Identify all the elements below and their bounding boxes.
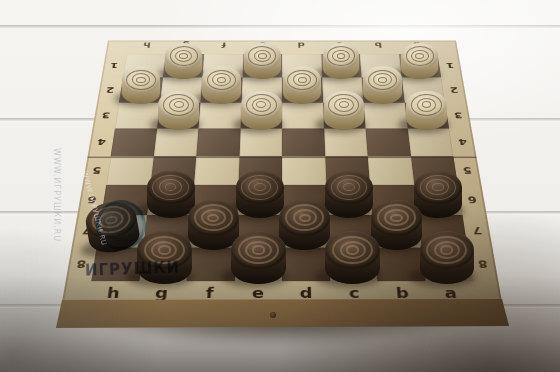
piece-top	[406, 91, 447, 119]
dark-checker-c6	[325, 171, 373, 219]
piece-top	[165, 43, 202, 69]
piece-groove-ring	[298, 77, 307, 84]
light-checker-b2	[363, 66, 402, 105]
piece-groove-ring	[440, 245, 453, 254]
dark-checker-e6	[236, 171, 284, 219]
dark-checker-c8	[325, 231, 379, 285]
photo-stage: WWW.ИГРУШКИ.RU hhggffeeddccbbaa112233445…	[0, 0, 560, 372]
watermark-swirl	[104, 209, 139, 241]
piece-groove-ring	[299, 214, 311, 223]
piece-top	[158, 91, 199, 119]
piece-groove-ring	[158, 245, 171, 254]
piece-top	[401, 43, 438, 69]
piece-top	[325, 171, 373, 205]
light-checker-f2	[202, 66, 241, 105]
light-checker-g1	[165, 43, 202, 80]
light-checker-g3	[158, 91, 199, 132]
piece-groove-ring	[258, 53, 267, 59]
light-checker-a1	[401, 43, 438, 80]
piece-top	[236, 171, 284, 205]
dark-checker-e8	[231, 231, 285, 285]
watermark-text: ИГРУШКИ	[85, 258, 181, 279]
dark-checker-a8	[420, 231, 474, 285]
light-checker-e1	[244, 43, 281, 80]
piece-top	[325, 231, 379, 269]
piece-groove-ring	[390, 214, 402, 223]
dark-checker-d7	[279, 200, 330, 251]
watermark-logo-circle	[96, 200, 146, 250]
piece-top	[241, 91, 282, 119]
piece-top	[231, 231, 285, 269]
light-checker-h2	[122, 66, 161, 105]
light-checker-a3	[406, 91, 447, 132]
light-checker-d2	[283, 66, 322, 105]
piece-top	[420, 231, 474, 269]
piece-groove-ring	[346, 245, 359, 254]
light-checker-c1	[323, 43, 360, 80]
piece-top	[324, 91, 365, 119]
piece-groove-ring	[136, 77, 145, 84]
light-checker-c3	[324, 91, 365, 132]
piece-top	[244, 43, 281, 69]
piece-groove-ring	[254, 183, 266, 191]
piece-top	[279, 200, 330, 236]
piece-groove-ring	[174, 101, 184, 108]
piece-top	[323, 43, 360, 69]
piece-groove-ring	[252, 245, 265, 254]
light-checker-e3	[241, 91, 282, 132]
